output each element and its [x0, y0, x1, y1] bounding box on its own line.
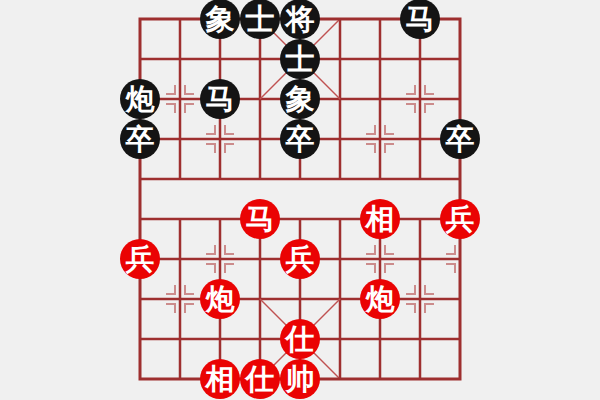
piece-red-elephant[interactable]: 相	[200, 359, 240, 399]
piece-black-horse[interactable]: 马	[400, 0, 440, 39]
piece-red-cannon[interactable]: 炮	[360, 279, 400, 319]
piece-black-pawn[interactable]: 卒	[440, 119, 480, 159]
piece-red-cannon[interactable]: 炮	[200, 279, 240, 319]
piece-black-elephant[interactable]: 象	[280, 79, 320, 119]
piece-black-cannon[interactable]: 炮	[120, 79, 160, 119]
piece-black-horse[interactable]: 马	[200, 79, 240, 119]
piece-black-pawn[interactable]: 卒	[280, 119, 320, 159]
piece-black-advisor[interactable]: 士	[280, 39, 320, 79]
piece-black-pawn[interactable]: 卒	[120, 119, 160, 159]
piece-black-advisor[interactable]: 士	[240, 0, 280, 39]
piece-red-pawn[interactable]: 兵	[280, 239, 320, 279]
piece-red-advisor[interactable]: 仕	[240, 359, 280, 399]
piece-black-elephant[interactable]: 象	[200, 0, 240, 39]
piece-black-king[interactable]: 将	[280, 0, 320, 39]
piece-red-elephant[interactable]: 相	[360, 199, 400, 239]
piece-red-pawn[interactable]: 兵	[120, 239, 160, 279]
piece-red-horse[interactable]: 马	[240, 199, 280, 239]
piece-red-king[interactable]: 帅	[280, 359, 320, 399]
piece-red-pawn[interactable]: 兵	[440, 199, 480, 239]
piece-red-advisor[interactable]: 仕	[280, 319, 320, 359]
xiangqi-board: 象士将马士炮马象卒卒卒马相兵兵兵炮炮仕相仕帅	[0, 0, 600, 400]
